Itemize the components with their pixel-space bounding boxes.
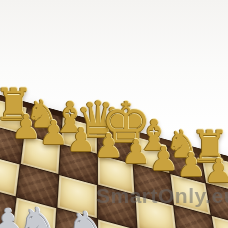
product-photo: ♜♞♝♛♚♝♞♜♟♟♟♟♟♟♟♟♟♞♞ SmartOnly.eu	[0, 0, 228, 228]
watermark: SmartOnly.eu	[96, 184, 228, 208]
